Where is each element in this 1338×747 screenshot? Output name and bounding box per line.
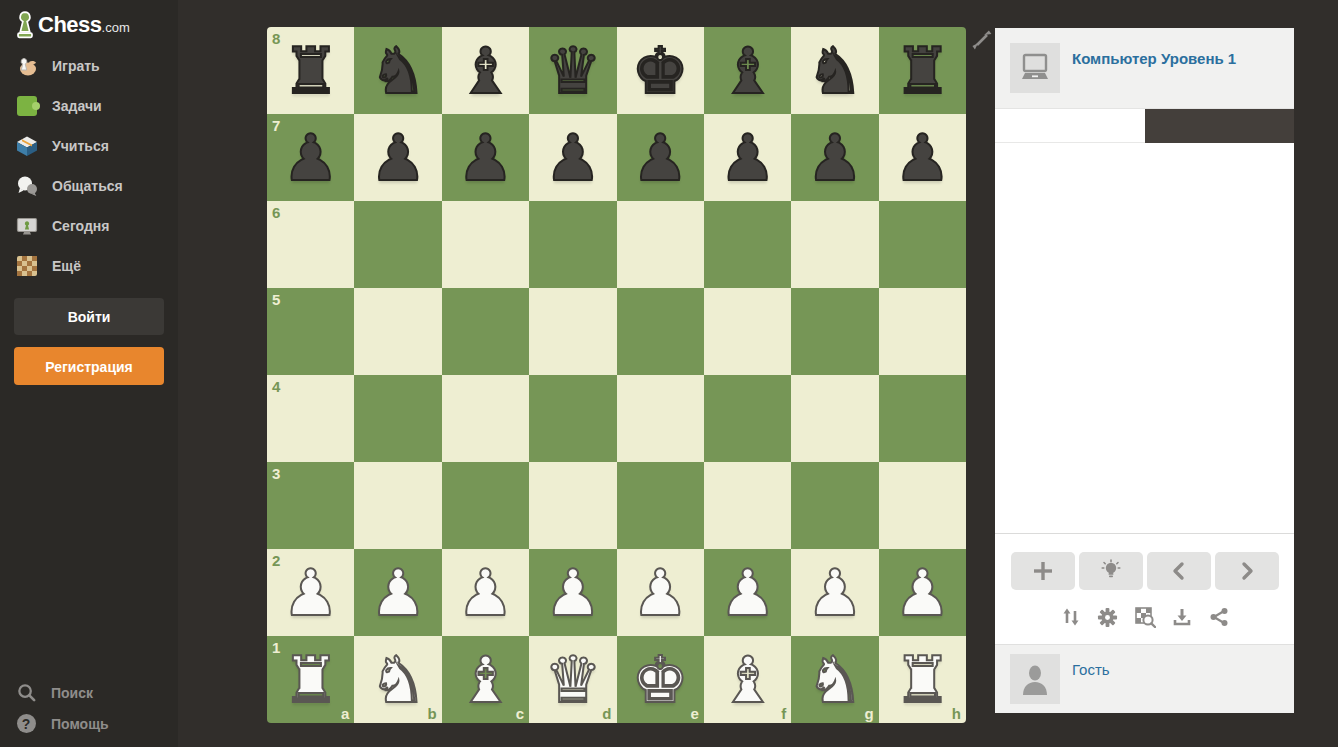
square-c2[interactable]: ♟ — [442, 549, 529, 636]
logo-tld-text: .com — [102, 20, 130, 35]
sidebar-item-more[interactable]: Ещё — [0, 246, 178, 286]
tab-moves-inactive[interactable] — [1145, 109, 1294, 143]
piece-bR-a8[interactable]: ♜ — [282, 39, 339, 103]
square-b8[interactable]: ♞ — [354, 27, 441, 114]
login-button[interactable]: Войти — [14, 298, 164, 335]
square-h3[interactable] — [879, 462, 966, 549]
new-game-plus-button[interactable] — [1011, 552, 1075, 590]
piece-bP-f7[interactable]: ♟ — [719, 126, 776, 190]
piece-bK-e8[interactable]: ♚ — [632, 39, 689, 103]
square-d1[interactable]: d♛ — [529, 636, 616, 723]
analysis-search-icon[interactable] — [1134, 606, 1156, 628]
rank-label-1: 1 — [272, 639, 280, 656]
square-f1[interactable]: f♝ — [704, 636, 791, 723]
piece-wP-g2[interactable]: ♟ — [806, 561, 863, 625]
square-d7[interactable]: ♟ — [529, 114, 616, 201]
chevron-right-icon — [1237, 561, 1257, 581]
square-b5[interactable] — [354, 288, 441, 375]
square-b4[interactable] — [354, 375, 441, 462]
search-label: Поиск — [51, 685, 93, 701]
sidebar-item-connect[interactable]: Общаться — [0, 166, 178, 206]
piece-wP-d2[interactable]: ♟ — [544, 561, 601, 625]
sidebar-item-label: Учиться — [52, 138, 109, 154]
square-c8[interactable]: ♝ — [442, 27, 529, 114]
square-h7[interactable]: ♟ — [879, 114, 966, 201]
piece-bN-b8[interactable]: ♞ — [369, 39, 426, 103]
settings-gear-icon[interactable] — [1097, 606, 1119, 628]
square-c5[interactable] — [442, 288, 529, 375]
square-a3[interactable]: 3 — [267, 462, 354, 549]
square-g2[interactable]: ♟ — [791, 549, 878, 636]
square-f3[interactable] — [704, 462, 791, 549]
square-a1[interactable]: 1a♜ — [267, 636, 354, 723]
square-f4[interactable] — [704, 375, 791, 462]
square-e2[interactable]: ♟ — [617, 549, 704, 636]
rank-label-6: 6 — [272, 204, 280, 221]
piece-bP-b7[interactable]: ♟ — [369, 126, 426, 190]
square-h6[interactable] — [879, 201, 966, 288]
piece-wR-a1[interactable]: ♜ — [282, 648, 339, 712]
square-f5[interactable] — [704, 288, 791, 375]
moves-tabbar — [995, 108, 1294, 143]
player-name[interactable]: Гость — [1072, 661, 1110, 678]
square-b7[interactable]: ♟ — [354, 114, 441, 201]
piece-wP-b2[interactable]: ♟ — [369, 561, 426, 625]
square-a6[interactable]: 6 — [267, 201, 354, 288]
sidebar-item-puzzles[interactable]: Задачи — [0, 86, 178, 126]
piece-wP-c2[interactable]: ♟ — [457, 561, 514, 625]
square-b2[interactable]: ♟ — [354, 549, 441, 636]
piece-wR-h1[interactable]: ♜ — [894, 648, 951, 712]
square-c3[interactable] — [442, 462, 529, 549]
puzzle-icon — [14, 93, 40, 119]
rank-label-4: 4 — [272, 378, 280, 395]
square-g1[interactable]: g♞ — [791, 636, 878, 723]
square-h1[interactable]: h♜ — [879, 636, 966, 723]
sidebar-item-label: Общаться — [52, 178, 123, 194]
square-e7[interactable]: ♟ — [617, 114, 704, 201]
opponent-name[interactable]: Компьютер Уровень 1 — [1072, 50, 1236, 67]
piece-bP-g7[interactable]: ♟ — [806, 126, 863, 190]
square-c6[interactable] — [442, 201, 529, 288]
chevron-left-icon — [1169, 561, 1189, 581]
square-a5[interactable]: 5 — [267, 288, 354, 375]
chess-board[interactable]: 8♜♞♝♛♚♝♞♜7♟♟♟♟♟♟♟♟65432♟♟♟♟♟♟♟♟1a♜b♞c♝d♛… — [267, 27, 966, 723]
square-f6[interactable] — [704, 201, 791, 288]
square-e3[interactable] — [617, 462, 704, 549]
piece-bP-e7[interactable]: ♟ — [632, 126, 689, 190]
piece-wP-e2[interactable]: ♟ — [632, 561, 689, 625]
sidebar-item-label: Задачи — [52, 98, 102, 114]
search-icon — [14, 681, 38, 705]
square-g8[interactable]: ♞ — [791, 27, 878, 114]
learn-cube-icon — [14, 133, 40, 159]
player-row: Гость — [995, 644, 1294, 713]
piece-wB-c1[interactable]: ♝ — [457, 648, 514, 712]
file-label-f: f — [781, 705, 786, 722]
file-label-b: b — [428, 705, 437, 722]
chat-bubbles-icon — [14, 173, 40, 199]
square-e6[interactable] — [617, 201, 704, 288]
expand-board-icon[interactable] — [971, 29, 993, 51]
sidebar-item-learn[interactable]: Учиться — [0, 126, 178, 166]
sidebar-item-label: Играть — [52, 58, 100, 74]
download-icon[interactable] — [1171, 606, 1193, 628]
sidebar-footer: Поиск ? Помощь — [0, 677, 178, 739]
sidebar-item-label: Ещё — [52, 258, 81, 274]
square-d2[interactable]: ♟ — [529, 549, 616, 636]
tab-moves-active[interactable] — [995, 109, 1145, 143]
piece-wP-h2[interactable]: ♟ — [894, 561, 951, 625]
square-e1[interactable]: e♚ — [617, 636, 704, 723]
file-label-g: g — [864, 705, 873, 722]
piece-wN-g1[interactable]: ♞ — [806, 648, 863, 712]
rank-label-8: 8 — [272, 30, 280, 47]
rank-label-3: 3 — [272, 465, 280, 482]
help-label: Помощь — [51, 716, 109, 732]
piece-bB-f8[interactable]: ♝ — [719, 39, 776, 103]
logo-pawn-icon — [12, 10, 38, 40]
piece-wB-f1[interactable]: ♝ — [719, 648, 776, 712]
more-board-icon — [14, 253, 40, 279]
piece-bP-h7[interactable]: ♟ — [894, 126, 951, 190]
square-h8[interactable]: ♜ — [879, 27, 966, 114]
square-e8[interactable]: ♚ — [617, 27, 704, 114]
piece-wP-a2[interactable]: ♟ — [282, 561, 339, 625]
sidebar: Chess .com Играть Задачи Учиться — [0, 0, 178, 747]
square-a8[interactable]: 8♜ — [267, 27, 354, 114]
file-label-h: h — [952, 705, 961, 722]
opponent-row: Компьютер Уровень 1 — [995, 28, 1294, 108]
today-screen-icon — [14, 213, 40, 239]
square-e5[interactable] — [617, 288, 704, 375]
square-d4[interactable] — [529, 375, 616, 462]
square-a7[interactable]: 7♟ — [267, 114, 354, 201]
square-f7[interactable]: ♟ — [704, 114, 791, 201]
piece-bB-c8[interactable]: ♝ — [457, 39, 514, 103]
lightbulb-icon — [1099, 559, 1123, 583]
piece-bP-c7[interactable]: ♟ — [457, 126, 514, 190]
piece-bR-h8[interactable]: ♜ — [894, 39, 951, 103]
square-g4[interactable] — [791, 375, 878, 462]
square-h4[interactable] — [879, 375, 966, 462]
square-b1[interactable]: b♞ — [354, 636, 441, 723]
square-h5[interactable] — [879, 288, 966, 375]
rank-label-7: 7 — [272, 117, 280, 134]
square-a4[interactable]: 4 — [267, 375, 354, 462]
flip-board-icon[interactable] — [1060, 606, 1082, 628]
sidebar-item-today[interactable]: Сегодня — [0, 206, 178, 246]
help-menu-item[interactable]: ? Помощь — [0, 708, 178, 739]
help-icon: ? — [14, 712, 38, 736]
sidebar-item-play[interactable]: Играть — [0, 46, 178, 86]
square-g5[interactable] — [791, 288, 878, 375]
move-back-button[interactable] — [1147, 552, 1211, 590]
square-c7[interactable]: ♟ — [442, 114, 529, 201]
logo-brand-text: Chess — [38, 12, 102, 38]
rank-label-2: 2 — [272, 552, 280, 569]
share-icon[interactable] — [1208, 606, 1230, 628]
square-g6[interactable] — [791, 201, 878, 288]
square-f2[interactable]: ♟ — [704, 549, 791, 636]
file-label-a: a — [341, 705, 349, 722]
file-label-e: e — [691, 705, 699, 722]
square-c4[interactable] — [442, 375, 529, 462]
square-f8[interactable]: ♝ — [704, 27, 791, 114]
rank-label-5: 5 — [272, 291, 280, 308]
square-d5[interactable] — [529, 288, 616, 375]
guest-avatar — [1010, 654, 1060, 704]
computer-icon — [1010, 43, 1060, 93]
signup-button[interactable]: Регистрация — [14, 347, 164, 385]
chesscom-logo[interactable]: Chess .com — [0, 0, 178, 46]
game-controls — [995, 533, 1294, 644]
piece-wQ-d1[interactable]: ♛ — [544, 648, 601, 712]
game-panel: Компьютер Уровень 1 — [995, 28, 1294, 713]
square-g7[interactable]: ♟ — [791, 114, 878, 201]
file-label-c: c — [516, 705, 524, 722]
square-g3[interactable] — [791, 462, 878, 549]
piece-wN-b1[interactable]: ♞ — [369, 648, 426, 712]
square-d3[interactable] — [529, 462, 616, 549]
file-label-d: d — [602, 705, 611, 722]
square-b3[interactable] — [354, 462, 441, 549]
piece-bQ-d8[interactable]: ♛ — [544, 39, 601, 103]
sidebar-item-label: Сегодня — [52, 218, 109, 234]
square-a2[interactable]: 2♟ — [267, 549, 354, 636]
hint-button[interactable] — [1079, 552, 1143, 590]
move-forward-button[interactable] — [1215, 552, 1279, 590]
square-b6[interactable] — [354, 201, 441, 288]
square-e4[interactable] — [617, 375, 704, 462]
square-c1[interactable]: c♝ — [442, 636, 529, 723]
square-h2[interactable]: ♟ — [879, 549, 966, 636]
move-list — [995, 143, 1294, 533]
piece-bN-g8[interactable]: ♞ — [806, 39, 863, 103]
square-d6[interactable] — [529, 201, 616, 288]
piece-wP-f2[interactable]: ♟ — [719, 561, 776, 625]
play-hand-pawn-icon — [14, 53, 40, 79]
piece-bP-d7[interactable]: ♟ — [544, 126, 601, 190]
piece-bP-a7[interactable]: ♟ — [282, 126, 339, 190]
piece-wK-e1[interactable]: ♚ — [632, 648, 689, 712]
search-menu-item[interactable]: Поиск — [0, 677, 178, 708]
square-d8[interactable]: ♛ — [529, 27, 616, 114]
